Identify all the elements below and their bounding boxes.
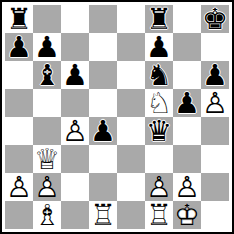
piece-white-pawn[interactable]: ♟♙ (201, 89, 229, 117)
square-a4[interactable] (5, 117, 33, 145)
piece-white-queen[interactable]: ♛♕ (33, 145, 61, 173)
square-d2[interactable] (89, 173, 117, 201)
piece-black-pawn[interactable]: ♟ (33, 33, 61, 61)
white-piece-outline: ♔ (173, 201, 201, 229)
square-b1[interactable]: ♝♗ (33, 201, 61, 229)
white-piece-outline: ♙ (173, 173, 201, 201)
square-b7[interactable]: ♟ (33, 33, 61, 61)
black-piece-glyph: ♟ (201, 61, 229, 89)
piece-black-knight[interactable]: ♞ (145, 61, 173, 89)
piece-white-king[interactable]: ♚♔ (173, 201, 201, 229)
white-piece-outline: ♙ (61, 117, 89, 145)
square-e3[interactable] (117, 145, 145, 173)
square-b6[interactable]: ♝ (33, 61, 61, 89)
square-b4[interactable] (33, 117, 61, 145)
square-e7[interactable] (117, 33, 145, 61)
piece-black-king[interactable]: ♚ (201, 5, 229, 33)
white-piece-outline: ♗ (33, 201, 61, 229)
square-b5[interactable] (33, 89, 61, 117)
square-c6[interactable]: ♟ (61, 61, 89, 89)
square-e2[interactable] (117, 173, 145, 201)
square-h2[interactable] (201, 173, 229, 201)
square-b3[interactable]: ♛♕ (33, 145, 61, 173)
square-d3[interactable] (89, 145, 117, 173)
square-d7[interactable] (89, 33, 117, 61)
square-a1[interactable] (5, 201, 33, 229)
square-h4[interactable] (201, 117, 229, 145)
white-piece-outline: ♘ (145, 89, 173, 117)
square-g7[interactable] (173, 33, 201, 61)
square-a6[interactable] (5, 61, 33, 89)
piece-black-pawn[interactable]: ♟ (201, 61, 229, 89)
square-h3[interactable] (201, 145, 229, 173)
square-f4[interactable]: ♛ (145, 117, 173, 145)
white-piece-outline: ♖ (145, 201, 173, 229)
square-d6[interactable] (89, 61, 117, 89)
square-c3[interactable] (61, 145, 89, 173)
square-f2[interactable]: ♟♙ (145, 173, 173, 201)
square-b8[interactable] (33, 5, 61, 33)
square-a5[interactable] (5, 89, 33, 117)
square-g5[interactable]: ♟ (173, 89, 201, 117)
piece-white-pawn[interactable]: ♟♙ (5, 173, 33, 201)
square-c7[interactable] (61, 33, 89, 61)
piece-black-pawn[interactable]: ♟ (89, 117, 117, 145)
black-piece-glyph: ♟ (61, 61, 89, 89)
square-a8[interactable]: ♜ (5, 5, 33, 33)
black-piece-glyph: ♟ (145, 33, 173, 61)
white-piece-outline: ♕ (33, 145, 61, 173)
square-a2[interactable]: ♟♙ (5, 173, 33, 201)
square-f1[interactable]: ♜♖ (145, 201, 173, 229)
square-f6[interactable]: ♞ (145, 61, 173, 89)
square-f8[interactable]: ♜ (145, 5, 173, 33)
black-piece-glyph: ♟ (89, 117, 117, 145)
square-c4[interactable]: ♟♙ (61, 117, 89, 145)
white-piece-outline: ♙ (201, 89, 229, 117)
square-e8[interactable] (117, 5, 145, 33)
square-d5[interactable] (89, 89, 117, 117)
piece-black-queen[interactable]: ♛ (145, 117, 173, 145)
piece-white-pawn[interactable]: ♟♙ (61, 117, 89, 145)
black-piece-glyph: ♟ (33, 33, 61, 61)
white-piece-outline: ♙ (5, 173, 33, 201)
square-a7[interactable]: ♟ (5, 33, 33, 61)
piece-white-pawn[interactable]: ♟♙ (173, 173, 201, 201)
black-piece-glyph: ♚ (201, 5, 229, 33)
piece-black-pawn[interactable]: ♟ (145, 33, 173, 61)
chess-board: ♜♜♚♟♟♟♝♟♞♟♞♘♟♟♙♟♙♟♛♛♕♟♙♟♙♟♙♟♙♝♗♜♖♜♖♚♔ (5, 5, 229, 229)
piece-white-bishop[interactable]: ♝♗ (33, 201, 61, 229)
square-g2[interactable]: ♟♙ (173, 173, 201, 201)
square-d8[interactable] (89, 5, 117, 33)
square-d1[interactable]: ♜♖ (89, 201, 117, 229)
black-piece-glyph: ♟ (173, 89, 201, 117)
piece-white-knight[interactable]: ♞♘ (145, 89, 173, 117)
piece-black-rook[interactable]: ♜ (145, 5, 173, 33)
square-g3[interactable] (173, 145, 201, 173)
square-f7[interactable]: ♟ (145, 33, 173, 61)
square-e1[interactable] (117, 201, 145, 229)
piece-black-rook[interactable]: ♜ (5, 5, 33, 33)
square-b2[interactable]: ♟♙ (33, 173, 61, 201)
piece-white-rook[interactable]: ♜♖ (89, 201, 117, 229)
square-h7[interactable] (201, 33, 229, 61)
piece-white-pawn[interactable]: ♟♙ (33, 173, 61, 201)
black-piece-glyph: ♝ (33, 61, 61, 89)
black-piece-glyph: ♜ (5, 5, 33, 33)
square-e5[interactable] (117, 89, 145, 117)
white-piece-outline: ♖ (89, 201, 117, 229)
square-h5[interactable]: ♟♙ (201, 89, 229, 117)
black-piece-glyph: ♜ (145, 5, 173, 33)
piece-black-bishop[interactable]: ♝ (33, 61, 61, 89)
piece-black-pawn[interactable]: ♟ (61, 61, 89, 89)
piece-white-rook[interactable]: ♜♖ (145, 201, 173, 229)
black-piece-glyph: ♛ (145, 117, 173, 145)
square-c8[interactable] (61, 5, 89, 33)
square-d4[interactable]: ♟ (89, 117, 117, 145)
square-f3[interactable] (145, 145, 173, 173)
square-g6[interactable] (173, 61, 201, 89)
square-c1[interactable] (61, 201, 89, 229)
square-c2[interactable] (61, 173, 89, 201)
square-c5[interactable] (61, 89, 89, 117)
black-piece-glyph: ♟ (5, 33, 33, 61)
square-a3[interactable] (5, 145, 33, 173)
square-g1[interactable]: ♚♔ (173, 201, 201, 229)
piece-white-pawn[interactable]: ♟♙ (145, 173, 173, 201)
square-e6[interactable] (117, 61, 145, 89)
square-g4[interactable] (173, 117, 201, 145)
piece-black-pawn[interactable]: ♟ (5, 33, 33, 61)
board-frame: ♜♜♚♟♟♟♝♟♞♟♞♘♟♟♙♟♙♟♛♛♕♟♙♟♙♟♙♟♙♝♗♜♖♜♖♚♔ (0, 0, 234, 234)
white-piece-outline: ♙ (33, 173, 61, 201)
square-g8[interactable] (173, 5, 201, 33)
piece-black-pawn[interactable]: ♟ (173, 89, 201, 117)
black-piece-glyph: ♞ (145, 61, 173, 89)
square-f5[interactable]: ♞♘ (145, 89, 173, 117)
square-e4[interactable] (117, 117, 145, 145)
white-piece-outline: ♙ (145, 173, 173, 201)
square-h6[interactable]: ♟ (201, 61, 229, 89)
square-h8[interactable]: ♚ (201, 5, 229, 33)
square-h1[interactable] (201, 201, 229, 229)
